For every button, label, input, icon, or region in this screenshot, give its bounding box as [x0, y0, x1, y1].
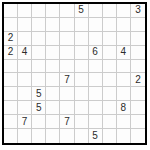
- cell-r8c8[interactable]: [103, 101, 117, 115]
- cell-r6c2[interactable]: [18, 73, 32, 87]
- cell-r7c6[interactable]: [75, 87, 89, 101]
- cell-r2c8[interactable]: [103, 18, 117, 32]
- cell-r10c9[interactable]: [117, 129, 131, 143]
- cell-r10c4[interactable]: [46, 129, 60, 143]
- cell-r8c7[interactable]: [89, 101, 103, 115]
- cell-r3c2[interactable]: [18, 32, 32, 46]
- cell-r3c3[interactable]: [32, 32, 46, 46]
- cell-r7c8[interactable]: [103, 87, 117, 101]
- cell-r4c10[interactable]: [131, 46, 145, 60]
- cell-r7c4[interactable]: [46, 87, 60, 101]
- cell-r3c7[interactable]: [89, 32, 103, 46]
- cell-r2c2[interactable]: [18, 18, 32, 32]
- cell-r2c10[interactable]: [131, 18, 145, 32]
- cell-r4c2-clue: 4: [18, 46, 32, 60]
- cell-r9c8[interactable]: [103, 115, 117, 129]
- cell-r4c1-clue: 2: [4, 46, 18, 60]
- cell-r7c5[interactable]: [60, 87, 74, 101]
- cell-r10c6[interactable]: [75, 129, 89, 143]
- cell-r2c3[interactable]: [32, 18, 46, 32]
- cell-r1c7[interactable]: [89, 4, 103, 18]
- cell-r5c7[interactable]: [89, 60, 103, 74]
- cell-r5c2[interactable]: [18, 60, 32, 74]
- cell-r8c9-clue: 8: [117, 101, 131, 115]
- cell-r6c1[interactable]: [4, 73, 18, 87]
- cell-r9c7[interactable]: [89, 115, 103, 129]
- cell-r1c5[interactable]: [60, 4, 74, 18]
- cell-r2c1[interactable]: [4, 18, 18, 32]
- cell-r1c9[interactable]: [117, 4, 131, 18]
- cell-r6c8[interactable]: [103, 73, 117, 87]
- cell-r5c10[interactable]: [131, 60, 145, 74]
- cell-r10c7-clue: 5: [89, 129, 103, 143]
- cell-r7c10[interactable]: [131, 87, 145, 101]
- cell-r7c2[interactable]: [18, 87, 32, 101]
- cell-r9c9[interactable]: [117, 115, 131, 129]
- cell-r6c10-clue: 2: [131, 73, 145, 87]
- cell-r9c2-clue: 7: [18, 115, 32, 129]
- cell-r1c6-clue: 5: [75, 4, 89, 18]
- cell-r10c2[interactable]: [18, 129, 32, 143]
- cell-r4c4[interactable]: [46, 46, 60, 60]
- cell-r10c8[interactable]: [103, 129, 117, 143]
- cell-r7c1[interactable]: [4, 87, 18, 101]
- cell-r3c1-clue: 2: [4, 32, 18, 46]
- cell-r3c5[interactable]: [60, 32, 74, 46]
- cell-r1c8[interactable]: [103, 4, 117, 18]
- cell-r8c2[interactable]: [18, 101, 32, 115]
- cell-r2c7[interactable]: [89, 18, 103, 32]
- cell-r1c4[interactable]: [46, 4, 60, 18]
- cell-r6c7[interactable]: [89, 73, 103, 87]
- cell-r10c3[interactable]: [32, 129, 46, 143]
- cell-r7c9[interactable]: [117, 87, 131, 101]
- cell-r2c5[interactable]: [60, 18, 74, 32]
- cell-r4c6[interactable]: [75, 46, 89, 60]
- cell-r9c3[interactable]: [32, 115, 46, 129]
- cell-r6c3[interactable]: [32, 73, 46, 87]
- cell-r6c6[interactable]: [75, 73, 89, 87]
- cell-r5c9[interactable]: [117, 60, 131, 74]
- cell-r1c2[interactable]: [18, 4, 32, 18]
- cell-r4c3[interactable]: [32, 46, 46, 60]
- cell-r8c5[interactable]: [60, 101, 74, 115]
- cell-r3c9[interactable]: [117, 32, 131, 46]
- cell-r6c5-clue: 7: [60, 73, 74, 87]
- cell-r8c10[interactable]: [131, 101, 145, 115]
- cell-r1c1[interactable]: [4, 4, 18, 18]
- cell-r5c1[interactable]: [4, 60, 18, 74]
- cell-r1c3[interactable]: [32, 4, 46, 18]
- cell-r3c4[interactable]: [46, 32, 60, 46]
- cell-r8c1[interactable]: [4, 101, 18, 115]
- cell-r6c9[interactable]: [117, 73, 131, 87]
- cell-r9c5-clue: 7: [60, 115, 74, 129]
- cell-r5c3[interactable]: [32, 60, 46, 74]
- cell-r10c1[interactable]: [4, 129, 18, 143]
- cell-r9c1[interactable]: [4, 115, 18, 129]
- cell-r4c8[interactable]: [103, 46, 117, 60]
- cell-r10c10[interactable]: [131, 129, 145, 143]
- puzzle-board: 532246472558775: [2, 2, 147, 145]
- cell-r7c7[interactable]: [89, 87, 103, 101]
- cell-r6c4[interactable]: [46, 73, 60, 87]
- cell-r3c8[interactable]: [103, 32, 117, 46]
- cell-r3c10[interactable]: [131, 32, 145, 46]
- cell-r4c5[interactable]: [60, 46, 74, 60]
- cell-r9c6[interactable]: [75, 115, 89, 129]
- cell-r8c3-clue: 5: [32, 101, 46, 115]
- cell-r9c4[interactable]: [46, 115, 60, 129]
- cell-r2c9[interactable]: [117, 18, 131, 32]
- cell-r2c6[interactable]: [75, 18, 89, 32]
- puzzle-screenshot: 532246472558775: [0, 0, 150, 150]
- cell-r7c3-clue: 5: [32, 87, 46, 101]
- cell-r9c10[interactable]: [131, 115, 145, 129]
- cell-r5c4[interactable]: [46, 60, 60, 74]
- cell-r5c8[interactable]: [103, 60, 117, 74]
- cell-r3c6[interactable]: [75, 32, 89, 46]
- cell-r8c4[interactable]: [46, 101, 60, 115]
- cell-r5c5[interactable]: [60, 60, 74, 74]
- cell-r1c10-clue: 3: [131, 4, 145, 18]
- cell-r5c6[interactable]: [75, 60, 89, 74]
- cell-r8c6[interactable]: [75, 101, 89, 115]
- cell-r10c5[interactable]: [60, 129, 74, 143]
- cell-r4c9-clue: 4: [117, 46, 131, 60]
- cell-r2c4[interactable]: [46, 18, 60, 32]
- cell-r4c7-clue: 6: [89, 46, 103, 60]
